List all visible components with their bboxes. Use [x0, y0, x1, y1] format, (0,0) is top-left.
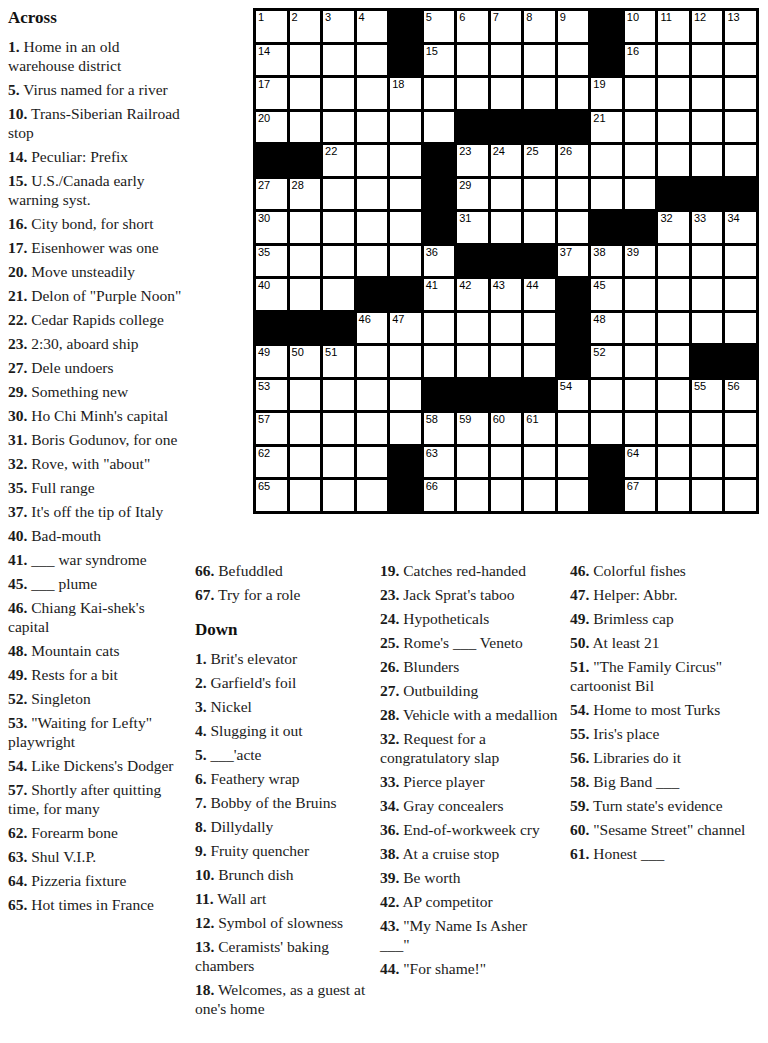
- clue-across-40: 40. Bad-mouth: [8, 526, 186, 545]
- black-cell: [658, 179, 689, 210]
- grid-cell-r1c14[interactable]: 12: [692, 11, 723, 42]
- clue-across-30: 30. Ho Chi Minh's capital: [8, 406, 186, 425]
- clue-across-49: 49. Rests for a bit: [8, 665, 186, 684]
- black-cell: [591, 447, 622, 478]
- grid-cell-r3c15[interactable]: [725, 78, 756, 109]
- cell-number: 65: [258, 480, 270, 493]
- grid-cell-r9c15[interactable]: [725, 279, 756, 310]
- grid-cell-r11c9[interactable]: [524, 346, 555, 377]
- cell-number: 18: [392, 78, 404, 91]
- cell-number: 12: [694, 11, 706, 24]
- grid-cell-r13c5[interactable]: [390, 413, 421, 444]
- black-cell: [457, 112, 488, 143]
- across-clues-list-1: 1. Home in an old warehouse district5. V…: [8, 37, 186, 914]
- grid-cell-r1c13[interactable]: 11: [658, 11, 689, 42]
- black-cell: [524, 112, 555, 143]
- grid-cell-r4c13[interactable]: [658, 112, 689, 143]
- grid-cell-r13c4[interactable]: [357, 413, 388, 444]
- grid-cell-r7c1[interactable]: 30: [256, 212, 287, 243]
- grid-cell-r15c9[interactable]: [524, 480, 555, 511]
- grid-cell-r11c13[interactable]: [658, 346, 689, 377]
- grid-cell-r12c10[interactable]: 54: [558, 380, 589, 411]
- grid-cell-r14c7[interactable]: [457, 447, 488, 478]
- grid-cell-r8c12[interactable]: 39: [625, 246, 656, 277]
- grid-cell-r8c14[interactable]: [692, 246, 723, 277]
- cell-number: 23: [459, 145, 471, 158]
- grid-cell-r15c15[interactable]: [725, 480, 756, 511]
- grid-cell-r12c3[interactable]: [323, 380, 354, 411]
- clue-number: 59.: [570, 797, 589, 814]
- black-cell: [725, 179, 756, 210]
- clue-down-36: 36. End-of-workweek cry: [380, 820, 558, 839]
- grid-cell-r8c1[interactable]: 35: [256, 246, 287, 277]
- grid-cell-r6c11[interactable]: [591, 179, 622, 210]
- grid-cell-r7c2[interactable]: [290, 212, 321, 243]
- grid-cell-r7c5[interactable]: [390, 212, 421, 243]
- black-cell: [390, 45, 421, 76]
- grid-cell-r2c13[interactable]: [658, 45, 689, 76]
- grid-cell-r8c10[interactable]: 37: [558, 246, 589, 277]
- grid-cell-r12c1[interactable]: 53: [256, 380, 287, 411]
- grid-cell-r6c5[interactable]: [390, 179, 421, 210]
- black-cell: [256, 313, 287, 344]
- grid-cell-r3c8[interactable]: [491, 78, 522, 109]
- cell-number: 31: [459, 212, 471, 225]
- grid-cell-r3c10[interactable]: [558, 78, 589, 109]
- grid-cell-r10c5[interactable]: 47: [390, 313, 421, 344]
- grid-cell-r5c12[interactable]: [625, 145, 656, 176]
- black-cell: [457, 380, 488, 411]
- grid-cell-r8c2[interactable]: [290, 246, 321, 277]
- grid-cell-r15c13[interactable]: [658, 480, 689, 511]
- clue-number: 23.: [8, 335, 27, 352]
- grid-cell-r3c9[interactable]: [524, 78, 555, 109]
- grid-cell-r12c13[interactable]: [658, 380, 689, 411]
- cell-number: 53: [258, 380, 270, 393]
- grid-cell-r13c13[interactable]: [658, 413, 689, 444]
- clue-number: 56.: [570, 749, 589, 766]
- clue-number: 62.: [8, 824, 27, 841]
- clue-across-29: 29. Something new: [8, 382, 186, 401]
- grid-cell-r13c2[interactable]: [290, 413, 321, 444]
- clue-number: 67.: [195, 586, 214, 603]
- grid-cell-r12c5[interactable]: [390, 380, 421, 411]
- black-cell: [591, 212, 622, 243]
- grid-cell-r1c12[interactable]: 10: [625, 11, 656, 42]
- grid-cell-r5c8[interactable]: 24: [491, 145, 522, 176]
- cell-number: 45: [593, 279, 605, 292]
- grid-cell-r2c9[interactable]: [524, 45, 555, 76]
- grid-cell-r11c5[interactable]: [390, 346, 421, 377]
- grid-cell-r6c7[interactable]: 29: [457, 179, 488, 210]
- cell-number: 10: [627, 11, 639, 24]
- grid-cell-r15c10[interactable]: [558, 480, 589, 511]
- grid-cell-r14c2[interactable]: [290, 447, 321, 478]
- cell-number: 46: [359, 313, 371, 326]
- grid-cell-r11c12[interactable]: [625, 346, 656, 377]
- clue-number: 49.: [570, 610, 589, 627]
- grid-cell-r11c3[interactable]: 51: [323, 346, 354, 377]
- clue-across-32: 32. Rove, with "about": [8, 454, 186, 473]
- cell-number: 43: [493, 279, 505, 292]
- grid-cell-r11c2[interactable]: 50: [290, 346, 321, 377]
- grid-cell-r5c9[interactable]: 25: [524, 145, 555, 176]
- grid-cell-r8c6[interactable]: 36: [424, 246, 455, 277]
- cell-number: 63: [426, 447, 438, 460]
- grid-cell-r1c15[interactable]: 13: [725, 11, 756, 42]
- clue-across-52: 52. Singleton: [8, 689, 186, 708]
- grid-cell-r7c4[interactable]: [357, 212, 388, 243]
- grid-cell-r14c13[interactable]: [658, 447, 689, 478]
- down-header: Down: [195, 620, 367, 640]
- grid-cell-r12c2[interactable]: [290, 380, 321, 411]
- clue-down-19: 19. Catches red-handed: [380, 561, 558, 580]
- clue-down-26: 26. Blunders: [380, 657, 558, 676]
- cell-number: 7: [493, 11, 499, 24]
- grid-cell-r1c10[interactable]: 9: [558, 11, 589, 42]
- grid-cell-r3c14[interactable]: [692, 78, 723, 109]
- clue-across-37: 37. It's off the tip of Italy: [8, 502, 186, 521]
- grid-cell-r13c12[interactable]: [625, 413, 656, 444]
- grid-cell-r3c4[interactable]: [357, 78, 388, 109]
- grid-cell-r11c8[interactable]: [491, 346, 522, 377]
- clue-number: 45.: [8, 575, 27, 592]
- grid-cell-r7c9[interactable]: [524, 212, 555, 243]
- grid-cell-r4c1[interactable]: 20: [256, 112, 287, 143]
- grid-cell-r2c10[interactable]: [558, 45, 589, 76]
- grid-cell-r12c12[interactable]: [625, 380, 656, 411]
- grid-cell-r7c8[interactable]: [491, 212, 522, 243]
- grid-cell-r8c4[interactable]: [357, 246, 388, 277]
- grid-cell-r11c4[interactable]: [357, 346, 388, 377]
- grid-cell-r6c8[interactable]: [491, 179, 522, 210]
- cell-number: 34: [727, 212, 739, 225]
- clue-down-13: 13. Ceramists' baking chambers: [195, 937, 367, 975]
- down-clues-list-2: 19. Catches red-handed23. Jack Sprat's t…: [380, 561, 558, 978]
- black-cell: [591, 45, 622, 76]
- grid-cell-r10c8[interactable]: [491, 313, 522, 344]
- clue-down-54: 54. Home to most Turks: [570, 700, 768, 719]
- grid-cell-r2c14[interactable]: [692, 45, 723, 76]
- grid-cell-r15c2[interactable]: [290, 480, 321, 511]
- grid-cell-r13c8[interactable]: 60: [491, 413, 522, 444]
- grid-cell-r2c1[interactable]: 14: [256, 45, 287, 76]
- clue-number: 35.: [8, 479, 27, 496]
- clue-across-65: 65. Hot times in France: [8, 895, 186, 914]
- grid-cell-r14c8[interactable]: [491, 447, 522, 478]
- cell-number: 59: [459, 413, 471, 426]
- grid-cell-r10c15[interactable]: [725, 313, 756, 344]
- cell-number: 8: [526, 11, 532, 24]
- grid-cell-r2c2[interactable]: [290, 45, 321, 76]
- grid-cell-r10c6[interactable]: [424, 313, 455, 344]
- grid-cell-r4c6[interactable]: [424, 112, 455, 143]
- grid-cell-r7c15[interactable]: 34: [725, 212, 756, 243]
- cell-number: 58: [426, 413, 438, 426]
- grid-cell-r9c7[interactable]: 42: [457, 279, 488, 310]
- grid-cell-r2c15[interactable]: [725, 45, 756, 76]
- grid-cell-r3c1[interactable]: 17: [256, 78, 287, 109]
- grid-cell-r5c14[interactable]: [692, 145, 723, 176]
- grid-cell-r6c12[interactable]: [625, 179, 656, 210]
- clue-number: 12.: [195, 914, 214, 931]
- grid-cell-r2c12[interactable]: 16: [625, 45, 656, 76]
- grid-cell-r12c15[interactable]: 56: [725, 380, 756, 411]
- clue-across-10: 10. Trans-Siberian Railroad stop: [8, 104, 186, 142]
- grid-cell-r11c6[interactable]: [424, 346, 455, 377]
- grid-cell-r5c4[interactable]: [357, 145, 388, 176]
- cell-number: 57: [258, 413, 270, 426]
- grid-cell-r5c7[interactable]: 23: [457, 145, 488, 176]
- clue-across-20: 20. Move unsteadily: [8, 262, 186, 281]
- clue-across-48: 48. Mountain cats: [8, 641, 186, 660]
- clue-number: 66.: [195, 562, 214, 579]
- grid-cell-r11c7[interactable]: [457, 346, 488, 377]
- grid-cell-r5c3[interactable]: 22: [323, 145, 354, 176]
- clue-across-66: 66. Befuddled: [195, 561, 367, 580]
- grid-cell-r7c13[interactable]: 32: [658, 212, 689, 243]
- grid-cell-r4c2[interactable]: [290, 112, 321, 143]
- grid-cell-r10c12[interactable]: [625, 313, 656, 344]
- grid-cell-r3c2[interactable]: [290, 78, 321, 109]
- grid-cell-r3c13[interactable]: [658, 78, 689, 109]
- grid-cell-r9c9[interactable]: 44: [524, 279, 555, 310]
- clue-down-3: 3. Nickel: [195, 697, 367, 716]
- cell-number: 24: [493, 145, 505, 158]
- grid-cell-r9c1[interactable]: 40: [256, 279, 287, 310]
- grid-cell-r7c7[interactable]: 31: [457, 212, 488, 243]
- grid-cell-r9c3[interactable]: [323, 279, 354, 310]
- grid-cell-r7c10[interactable]: [558, 212, 589, 243]
- black-cell: [424, 380, 455, 411]
- black-cell: [625, 212, 656, 243]
- down-clues-list-3: 46. Colorful fishes47. Helper: Abbr.49. …: [570, 561, 768, 863]
- cell-number: 35: [258, 246, 270, 259]
- clue-across-53: 53. "Waiting for Lefty" playwright: [8, 713, 186, 751]
- grid-cell-r11c1[interactable]: 49: [256, 346, 287, 377]
- grid-cell-r8c5[interactable]: [390, 246, 421, 277]
- grid-cell-r1c6[interactable]: 5: [424, 11, 455, 42]
- grid-cell-r9c8[interactable]: 43: [491, 279, 522, 310]
- cell-number: 20: [258, 112, 270, 125]
- grid-cell-r2c8[interactable]: [491, 45, 522, 76]
- grid-cell-r2c6[interactable]: 15: [424, 45, 455, 76]
- grid-cell-r13c14[interactable]: [692, 413, 723, 444]
- clue-number: 1.: [8, 38, 20, 55]
- cell-number: 26: [560, 145, 572, 158]
- black-cell: [558, 112, 589, 143]
- grid-cell-r4c11[interactable]: 21: [591, 112, 622, 143]
- grid-cell-r15c12[interactable]: 67: [625, 480, 656, 511]
- grid-cell-r10c13[interactable]: [658, 313, 689, 344]
- grid-cell-r13c15[interactable]: [725, 413, 756, 444]
- clue-number: 57.: [8, 781, 27, 798]
- grid-cell-r8c15[interactable]: [725, 246, 756, 277]
- grid-cell-r9c12[interactable]: [625, 279, 656, 310]
- grid-cell-r14c1[interactable]: 62: [256, 447, 287, 478]
- grid-cell-r1c9[interactable]: 8: [524, 11, 555, 42]
- grid-cell-r12c11[interactable]: [591, 380, 622, 411]
- grid-cell-r15c8[interactable]: [491, 480, 522, 511]
- clue-number: 31.: [8, 431, 27, 448]
- cell-number: 67: [627, 480, 639, 493]
- grid-cell-r3c12[interactable]: [625, 78, 656, 109]
- grid-cell-r14c12[interactable]: 64: [625, 447, 656, 478]
- grid-cell-r8c11[interactable]: 38: [591, 246, 622, 277]
- grid-cell-r13c3[interactable]: [323, 413, 354, 444]
- grid-cell-r4c12[interactable]: [625, 112, 656, 143]
- grid-cell-r14c6[interactable]: 63: [424, 447, 455, 478]
- grid-cell-r8c3[interactable]: [323, 246, 354, 277]
- grid-cell-r15c1[interactable]: 65: [256, 480, 287, 511]
- clue-number: 9.: [195, 842, 207, 859]
- grid-cell-r14c3[interactable]: [323, 447, 354, 478]
- cell-number: 42: [459, 279, 471, 292]
- grid-cell-r5c13[interactable]: [658, 145, 689, 176]
- cell-number: 61: [526, 413, 538, 426]
- black-cell: [290, 145, 321, 176]
- grid-cell-r6c4[interactable]: [357, 179, 388, 210]
- grid-cell-r9c6[interactable]: 41: [424, 279, 455, 310]
- grid-cell-r15c6[interactable]: 66: [424, 480, 455, 511]
- cell-number: 30: [258, 212, 270, 225]
- black-cell: [424, 179, 455, 210]
- grid-cell-r2c3[interactable]: [323, 45, 354, 76]
- black-cell: [558, 313, 589, 344]
- grid-cell-r6c1[interactable]: 27: [256, 179, 287, 210]
- clue-number: 3.: [195, 698, 207, 715]
- grid-cell-r4c5[interactable]: [390, 112, 421, 143]
- grid-cell-r6c10[interactable]: [558, 179, 589, 210]
- grid-cell-r3c7[interactable]: [457, 78, 488, 109]
- cell-number: 11: [660, 11, 671, 24]
- grid-cell-r10c11[interactable]: 48: [591, 313, 622, 344]
- grid-cell-r1c8[interactable]: 7: [491, 11, 522, 42]
- clue-down-46: 46. Colorful fishes: [570, 561, 768, 580]
- grid-cell-r6c9[interactable]: [524, 179, 555, 210]
- cell-number: 50: [292, 346, 304, 359]
- grid-cell-r8c13[interactable]: [658, 246, 689, 277]
- grid-cell-r14c4[interactable]: [357, 447, 388, 478]
- clue-down-8: 8. Dillydally: [195, 817, 367, 836]
- grid-cell-r1c3[interactable]: 3: [323, 11, 354, 42]
- grid-cell-r3c3[interactable]: [323, 78, 354, 109]
- cell-number: 37: [560, 246, 572, 259]
- clue-across-45: 45. ___ plume: [8, 574, 186, 593]
- grid-cell-r4c14[interactable]: [692, 112, 723, 143]
- grid-cell-r14c15[interactable]: [725, 447, 756, 478]
- grid-cell-r14c9[interactable]: [524, 447, 555, 478]
- clue-across-17: 17. Eisenhower was one: [8, 238, 186, 257]
- grid-cell-r4c4[interactable]: [357, 112, 388, 143]
- grid-cell-r4c3[interactable]: [323, 112, 354, 143]
- cell-number: 28: [292, 179, 304, 192]
- grid-cell-r13c11[interactable]: [591, 413, 622, 444]
- clue-down-58: 58. Big Band ___: [570, 772, 768, 791]
- grid-cell-r1c4[interactable]: 4: [357, 11, 388, 42]
- grid-cell-r15c7[interactable]: [457, 480, 488, 511]
- grid-cell-r10c7[interactable]: [457, 313, 488, 344]
- grid-cell-r5c5[interactable]: [390, 145, 421, 176]
- clue-number: 46.: [8, 599, 27, 616]
- cell-number: 6: [459, 11, 465, 24]
- grid-cell-r1c1[interactable]: 1: [256, 11, 287, 42]
- clue-down-23: 23. Jack Sprat's taboo: [380, 585, 558, 604]
- grid-cell-r14c10[interactable]: [558, 447, 589, 478]
- grid-cell-r13c9[interactable]: 61: [524, 413, 555, 444]
- clue-down-38: 38. At a cruise stop: [380, 844, 558, 863]
- black-cell: [524, 246, 555, 277]
- grid-cell-r9c13[interactable]: [658, 279, 689, 310]
- grid-cell-r10c4[interactable]: 46: [357, 313, 388, 344]
- grid-cell-r12c4[interactable]: [357, 380, 388, 411]
- cell-number: 55: [694, 380, 706, 393]
- clues-column-2: 66. Befuddled67. Try for a role Down 1. …: [195, 561, 367, 1023]
- clue-number: 53.: [8, 714, 27, 731]
- grid-cell-r6c3[interactable]: [323, 179, 354, 210]
- clue-number: 44.: [380, 960, 399, 977]
- grid-cell-r12c14[interactable]: 55: [692, 380, 723, 411]
- grid-cell-r10c9[interactable]: [524, 313, 555, 344]
- clue-number: 54.: [570, 701, 589, 718]
- clue-down-1: 1. Brit's elevator: [195, 649, 367, 668]
- grid-cell-r15c3[interactable]: [323, 480, 354, 511]
- black-cell: [323, 313, 354, 344]
- clue-number: 29.: [8, 383, 27, 400]
- grid-cell-r2c4[interactable]: [357, 45, 388, 76]
- grid-cell-r7c3[interactable]: [323, 212, 354, 243]
- grid-cell-r3c5[interactable]: 18: [390, 78, 421, 109]
- cell-number: 66: [426, 480, 438, 493]
- clue-across-21: 21. Delon of "Purple Noon": [8, 286, 186, 305]
- grid-cell-r6c2[interactable]: 28: [290, 179, 321, 210]
- clue-down-61: 61. Honest ___: [570, 844, 768, 863]
- clue-number: 36.: [380, 821, 399, 838]
- grid-cell-r9c11[interactable]: 45: [591, 279, 622, 310]
- clue-number: 46.: [570, 562, 589, 579]
- grid-cell-r1c2[interactable]: 2: [290, 11, 321, 42]
- grid-cell-r15c4[interactable]: [357, 480, 388, 511]
- grid-cell-r11c11[interactable]: 52: [591, 346, 622, 377]
- grid-cell-r4c15[interactable]: [725, 112, 756, 143]
- grid-cell-r5c10[interactable]: 26: [558, 145, 589, 176]
- grid-cell-r7c14[interactable]: 33: [692, 212, 723, 243]
- grid-cell-r9c2[interactable]: [290, 279, 321, 310]
- grid-cell-r14c14[interactable]: [692, 447, 723, 478]
- black-cell: [390, 279, 421, 310]
- cell-number: 60: [493, 413, 505, 426]
- grid-cell-r13c6[interactable]: 58: [424, 413, 455, 444]
- grid-cell-r2c7[interactable]: [457, 45, 488, 76]
- grid-cell-r3c6[interactable]: [424, 78, 455, 109]
- grid-cell-r13c7[interactable]: 59: [457, 413, 488, 444]
- grid-cell-r15c14[interactable]: [692, 480, 723, 511]
- grid-cell-r5c11[interactable]: [591, 145, 622, 176]
- cell-number: 52: [593, 346, 605, 359]
- clue-number: 23.: [380, 586, 399, 603]
- grid-cell-r10c14[interactable]: [692, 313, 723, 344]
- grid-cell-r3c11[interactable]: 19: [591, 78, 622, 109]
- grid-cell-r9c14[interactable]: [692, 279, 723, 310]
- black-cell: [725, 346, 756, 377]
- clue-number: 18.: [195, 981, 214, 998]
- grid-cell-r13c1[interactable]: 57: [256, 413, 287, 444]
- grid-cell-r1c7[interactable]: 6: [457, 11, 488, 42]
- grid-cell-r5c15[interactable]: [725, 145, 756, 176]
- grid-cell-r13c10[interactable]: [558, 413, 589, 444]
- clue-number: 50.: [570, 634, 589, 651]
- cell-number: 13: [727, 11, 739, 24]
